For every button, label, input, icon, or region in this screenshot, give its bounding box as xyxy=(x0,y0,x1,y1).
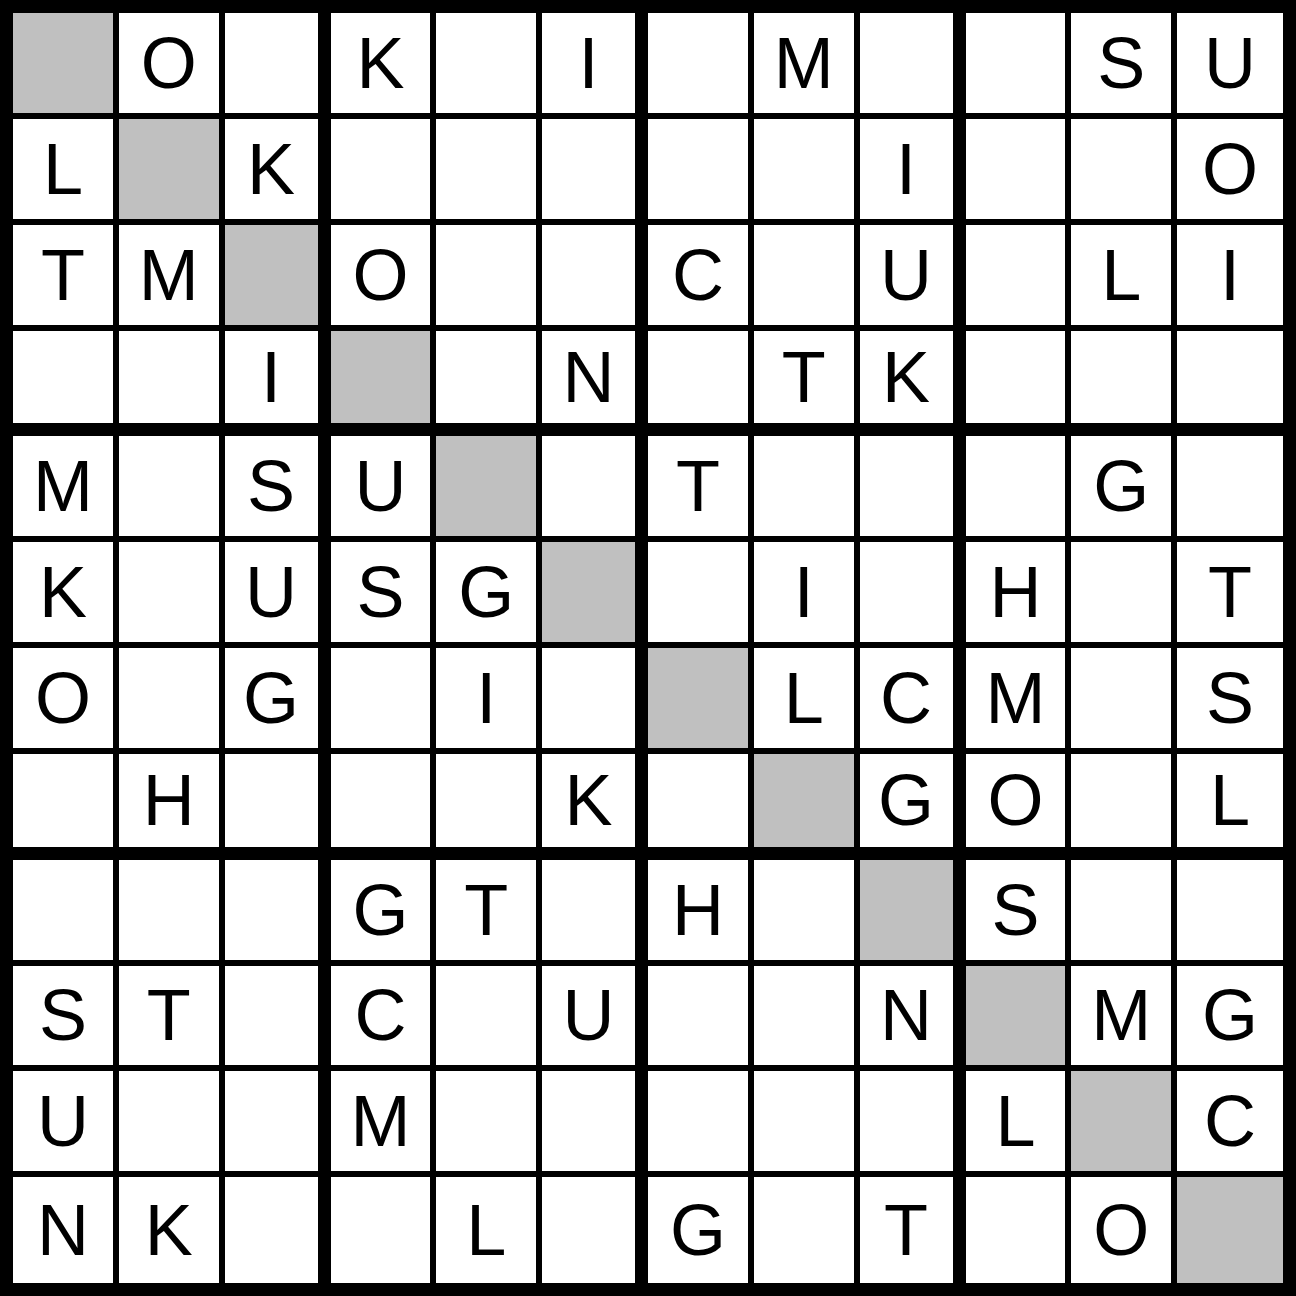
cell-r6c5[interactable]: G xyxy=(436,542,542,648)
cell-r8c3[interactable] xyxy=(225,754,331,860)
cell-r12c10[interactable] xyxy=(966,1177,1072,1283)
sudoku-grid: OKIMSULKIOTMOCULIINTKMSUTGKUSGIHTOGILCMS… xyxy=(13,13,1283,1283)
sudoku-board: OKIMSULKIOTMOCULIINTKMSUTGKUSGIHTOGILCMS… xyxy=(0,0,1296,1296)
cell-r1c11[interactable]: S xyxy=(1071,13,1177,119)
cell-r8c7[interactable] xyxy=(648,754,754,860)
cell-r3c11[interactable]: L xyxy=(1071,225,1177,331)
cell-r9c9-shaded-diagonal[interactable] xyxy=(860,860,966,966)
cell-r2c10[interactable] xyxy=(966,119,1072,225)
cell-r7c3[interactable]: G xyxy=(225,648,331,754)
cell-r1c5[interactable] xyxy=(436,13,542,119)
cell-r10c10-shaded-diagonal[interactable] xyxy=(966,966,1072,1072)
cell-r11c8[interactable] xyxy=(754,1071,860,1177)
cell-r5c12[interactable] xyxy=(1177,436,1283,542)
cell-r2c6[interactable] xyxy=(542,119,648,225)
cell-r3c5[interactable] xyxy=(436,225,542,331)
cell-r7c12[interactable]: S xyxy=(1177,648,1283,754)
cell-r8c4[interactable] xyxy=(331,754,437,860)
cell-r12c3[interactable] xyxy=(225,1177,331,1283)
cell-r6c3[interactable]: U xyxy=(225,542,331,648)
cell-r4c2[interactable] xyxy=(119,331,225,437)
cell-r10c6[interactable]: U xyxy=(542,966,648,1072)
cell-r11c10[interactable]: L xyxy=(966,1071,1072,1177)
cell-r3c3-shaded-diagonal[interactable] xyxy=(225,225,331,331)
cell-r10c9[interactable]: N xyxy=(860,966,966,1072)
cell-r7c8[interactable]: L xyxy=(754,648,860,754)
cell-r7c11[interactable] xyxy=(1071,648,1177,754)
cell-r7c1[interactable]: O xyxy=(13,648,119,754)
cell-r8c12[interactable]: L xyxy=(1177,754,1283,860)
cell-r5c1[interactable]: M xyxy=(13,436,119,542)
cell-r4c9[interactable]: K xyxy=(860,331,966,437)
cell-r5c5-shaded-diagonal[interactable] xyxy=(436,436,542,542)
cell-r5c10[interactable] xyxy=(966,436,1072,542)
cell-r7c9[interactable]: C xyxy=(860,648,966,754)
cell-r5c3[interactable]: S xyxy=(225,436,331,542)
cell-r3c8[interactable] xyxy=(754,225,860,331)
cell-r10c8[interactable] xyxy=(754,966,860,1072)
cell-r10c4[interactable]: C xyxy=(331,966,437,1072)
cell-r4c6[interactable]: N xyxy=(542,331,648,437)
cell-r3c10[interactable] xyxy=(966,225,1072,331)
cell-r8c11[interactable] xyxy=(1071,754,1177,860)
cell-r6c2[interactable] xyxy=(119,542,225,648)
cell-r11c6[interactable] xyxy=(542,1071,648,1177)
cell-r10c7[interactable] xyxy=(648,966,754,1072)
cell-r5c11[interactable]: G xyxy=(1071,436,1177,542)
cell-r8c6[interactable]: K xyxy=(542,754,648,860)
cell-r3c1[interactable]: T xyxy=(13,225,119,331)
cell-r9c1[interactable] xyxy=(13,860,119,966)
cell-r11c12[interactable]: C xyxy=(1177,1071,1283,1177)
cell-r7c2[interactable] xyxy=(119,648,225,754)
cell-r9c6[interactable] xyxy=(542,860,648,966)
cell-r10c11[interactable]: M xyxy=(1071,966,1177,1072)
cell-r2c2-shaded-diagonal[interactable] xyxy=(119,119,225,225)
cell-r6c4[interactable]: S xyxy=(331,542,437,648)
cell-r1c9[interactable] xyxy=(860,13,966,119)
cell-r3c6[interactable] xyxy=(542,225,648,331)
cell-r4c1[interactable] xyxy=(13,331,119,437)
cell-r5c8[interactable] xyxy=(754,436,860,542)
cell-r2c5[interactable] xyxy=(436,119,542,225)
cell-r9c11[interactable] xyxy=(1071,860,1177,966)
cell-r11c5[interactable] xyxy=(436,1071,542,1177)
cell-r1c7[interactable] xyxy=(648,13,754,119)
cell-r12c8[interactable] xyxy=(754,1177,860,1283)
cell-r12c5[interactable]: L xyxy=(436,1177,542,1283)
cell-r9c8[interactable] xyxy=(754,860,860,966)
cell-r4c12[interactable] xyxy=(1177,331,1283,437)
cell-r4c5[interactable] xyxy=(436,331,542,437)
cell-r10c2[interactable]: T xyxy=(119,966,225,1072)
cell-r12c6[interactable] xyxy=(542,1177,648,1283)
cell-r6c11[interactable] xyxy=(1071,542,1177,648)
cell-r9c7[interactable]: H xyxy=(648,860,754,966)
cell-r12c9[interactable]: T xyxy=(860,1177,966,1283)
cell-r5c9[interactable] xyxy=(860,436,966,542)
cell-r12c12-shaded-diagonal[interactable] xyxy=(1177,1177,1283,1283)
cell-r3c7[interactable]: C xyxy=(648,225,754,331)
cell-r1c4[interactable]: K xyxy=(331,13,437,119)
cell-r8c8-shaded-diagonal[interactable] xyxy=(754,754,860,860)
cell-r5c4[interactable]: U xyxy=(331,436,437,542)
cell-r11c11-shaded-diagonal[interactable] xyxy=(1071,1071,1177,1177)
cell-r9c10[interactable]: S xyxy=(966,860,1072,966)
cell-r6c6-shaded-diagonal[interactable] xyxy=(542,542,648,648)
cell-r11c7[interactable] xyxy=(648,1071,754,1177)
cell-r9c2[interactable] xyxy=(119,860,225,966)
cell-r8c5[interactable] xyxy=(436,754,542,860)
cell-r10c5[interactable] xyxy=(436,966,542,1072)
cell-r6c10[interactable]: H xyxy=(966,542,1072,648)
cell-r7c6[interactable] xyxy=(542,648,648,754)
cell-r6c1[interactable]: K xyxy=(13,542,119,648)
cell-r2c1[interactable]: L xyxy=(13,119,119,225)
cell-r4c4-shaded-diagonal[interactable] xyxy=(331,331,437,437)
cell-r4c7[interactable] xyxy=(648,331,754,437)
cell-r4c10[interactable] xyxy=(966,331,1072,437)
cell-r11c1[interactable]: U xyxy=(13,1071,119,1177)
cell-r8c1[interactable] xyxy=(13,754,119,860)
cell-r1c3[interactable] xyxy=(225,13,331,119)
cell-r1c6[interactable]: I xyxy=(542,13,648,119)
cell-r6c8[interactable]: I xyxy=(754,542,860,648)
cell-r11c2[interactable] xyxy=(119,1071,225,1177)
cell-r9c4[interactable]: G xyxy=(331,860,437,966)
cell-r10c1[interactable]: S xyxy=(13,966,119,1072)
cell-r6c12[interactable]: T xyxy=(1177,542,1283,648)
cell-r8c9[interactable]: G xyxy=(860,754,966,860)
cell-r2c9[interactable]: I xyxy=(860,119,966,225)
cell-r1c10[interactable] xyxy=(966,13,1072,119)
cell-r12c2[interactable]: K xyxy=(119,1177,225,1283)
cell-r11c4[interactable]: M xyxy=(331,1071,437,1177)
cell-r7c10[interactable]: M xyxy=(966,648,1072,754)
cell-r1c1-shaded-diagonal[interactable] xyxy=(13,13,119,119)
cell-r2c8[interactable] xyxy=(754,119,860,225)
cell-r1c12[interactable]: U xyxy=(1177,13,1283,119)
cell-r5c6[interactable] xyxy=(542,436,648,542)
cell-r9c3[interactable] xyxy=(225,860,331,966)
cell-r4c3[interactable]: I xyxy=(225,331,331,437)
cell-r11c3[interactable] xyxy=(225,1071,331,1177)
cell-r7c5[interactable]: I xyxy=(436,648,542,754)
cell-r5c2[interactable] xyxy=(119,436,225,542)
cell-r4c11[interactable] xyxy=(1071,331,1177,437)
cell-r4c8[interactable]: T xyxy=(754,331,860,437)
cell-r6c7[interactable] xyxy=(648,542,754,648)
cell-r2c7[interactable] xyxy=(648,119,754,225)
cell-r3c4[interactable]: O xyxy=(331,225,437,331)
cell-r1c8[interactable]: M xyxy=(754,13,860,119)
cell-r7c4[interactable] xyxy=(331,648,437,754)
cell-r12c7[interactable]: G xyxy=(648,1177,754,1283)
cell-r3c2[interactable]: M xyxy=(119,225,225,331)
cell-r2c4[interactable] xyxy=(331,119,437,225)
cell-r10c3[interactable] xyxy=(225,966,331,1072)
cell-r3c9[interactable]: U xyxy=(860,225,966,331)
cell-r8c2[interactable]: H xyxy=(119,754,225,860)
cell-r2c3[interactable]: K xyxy=(225,119,331,225)
cell-r10c12[interactable]: G xyxy=(1177,966,1283,1072)
cell-r8c10[interactable]: O xyxy=(966,754,1072,860)
cell-r12c1[interactable]: N xyxy=(13,1177,119,1283)
cell-r11c9[interactable] xyxy=(860,1071,966,1177)
cell-r5c7[interactable]: T xyxy=(648,436,754,542)
cell-r2c12[interactable]: O xyxy=(1177,119,1283,225)
cell-r3c12[interactable]: I xyxy=(1177,225,1283,331)
cell-r9c5[interactable]: T xyxy=(436,860,542,966)
cell-r1c2[interactable]: O xyxy=(119,13,225,119)
cell-r2c11[interactable] xyxy=(1071,119,1177,225)
cell-r12c11[interactable]: O xyxy=(1071,1177,1177,1283)
cell-r9c12[interactable] xyxy=(1177,860,1283,966)
cell-r7c7-shaded-diagonal[interactable] xyxy=(648,648,754,754)
cell-r12c4[interactable] xyxy=(331,1177,437,1283)
cell-r6c9[interactable] xyxy=(860,542,966,648)
